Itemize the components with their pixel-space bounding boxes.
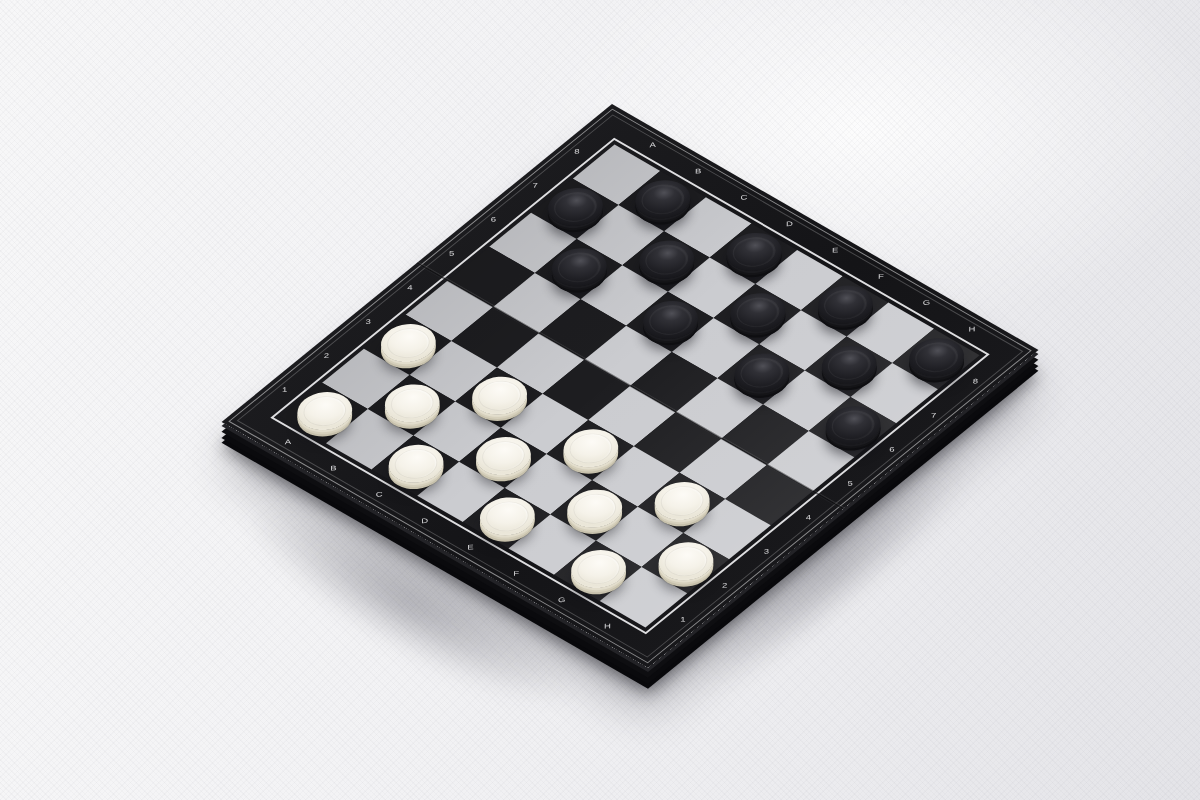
- black-checker-d8[interactable]: [715, 225, 792, 278]
- black-checker-b8[interactable]: [624, 173, 701, 226]
- white-checker-h2[interactable]: [647, 535, 724, 588]
- white-checker-g1[interactable]: [560, 542, 637, 595]
- white-checker-e3[interactable]: [552, 422, 629, 475]
- white-checker-f2[interactable]: [556, 482, 633, 535]
- black-checker-h8[interactable]: [898, 331, 975, 384]
- white-checker-c3[interactable]: [461, 369, 538, 422]
- white-checker-c1[interactable]: [377, 437, 454, 490]
- white-checker-e1[interactable]: [469, 490, 546, 543]
- black-checker-d6[interactable]: [632, 293, 709, 346]
- black-checker-c7[interactable]: [628, 233, 705, 286]
- white-checker-a1[interactable]: [286, 384, 363, 437]
- black-checker-h6[interactable]: [814, 399, 891, 452]
- white-checker-b2[interactable]: [374, 377, 451, 430]
- black-checker-b6[interactable]: [541, 241, 618, 294]
- black-checker-f6[interactable]: [723, 346, 800, 399]
- black-checker-g7[interactable]: [811, 338, 888, 391]
- black-checker-e7[interactable]: [719, 286, 796, 339]
- black-checker-f8[interactable]: [807, 278, 884, 331]
- black-checker-a7[interactable]: [537, 180, 614, 233]
- white-checker-d2[interactable]: [465, 429, 542, 482]
- white-checker-a3[interactable]: [370, 316, 447, 369]
- white-checker-g3[interactable]: [643, 474, 720, 527]
